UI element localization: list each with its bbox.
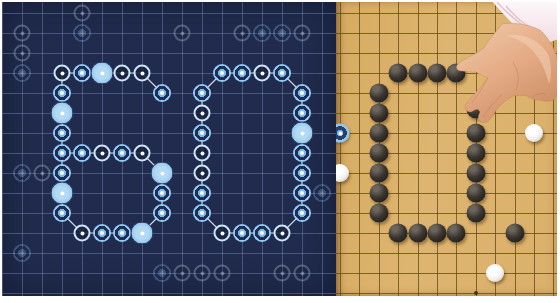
real-go-board xyxy=(336,2,557,296)
ghost-stone xyxy=(73,24,91,42)
blue-analysis-stone xyxy=(93,224,111,242)
move-tree-line xyxy=(202,73,302,233)
blue-analysis-stone xyxy=(151,162,174,185)
blue-analysis-stone xyxy=(193,124,211,142)
blue-analysis-stone xyxy=(293,164,311,182)
ghost-stone xyxy=(174,25,191,42)
blue-analysis-stone xyxy=(51,102,74,125)
ghost-stone xyxy=(294,265,311,282)
blue-analysis-stone xyxy=(233,64,251,82)
blue-analysis-stone xyxy=(293,104,311,122)
blue-analysis-stone xyxy=(194,165,211,182)
blue-analysis-stone xyxy=(213,64,231,82)
blue-analysis-stone xyxy=(193,84,211,102)
ghost-stone xyxy=(313,184,331,202)
blue-analysis-stone xyxy=(193,204,211,222)
blue-analysis-stone xyxy=(293,84,311,102)
hand-photo xyxy=(336,2,557,296)
move-tree-lines xyxy=(2,2,336,296)
ghost-stone xyxy=(13,244,31,262)
blue-analysis-stone xyxy=(131,222,154,245)
blue-analysis-stone xyxy=(134,65,151,82)
virtual-go-board xyxy=(2,2,336,296)
screenshot-frame xyxy=(0,0,560,303)
blue-analysis-stone xyxy=(193,184,211,202)
blue-analysis-stone xyxy=(214,225,231,242)
blue-analysis-stone xyxy=(293,204,311,222)
hand xyxy=(457,23,557,123)
ghost-stone xyxy=(274,265,291,282)
ghost-stone xyxy=(74,5,91,22)
blue-analysis-stone xyxy=(73,64,91,82)
blue-analysis-stone xyxy=(113,224,131,242)
blue-analysis-stone xyxy=(113,144,131,162)
ghost-stone xyxy=(13,64,31,82)
blue-analysis-stone xyxy=(293,184,311,202)
blue-analysis-stone xyxy=(53,84,71,102)
ghost-stone xyxy=(253,24,271,42)
ghost-stone xyxy=(273,24,291,42)
blue-analysis-stone xyxy=(153,204,171,222)
blue-analysis-stone xyxy=(53,124,71,142)
blue-analysis-stone xyxy=(53,204,71,222)
move-tree-line xyxy=(62,153,162,213)
ghost-stone xyxy=(14,45,31,62)
ghost-stone xyxy=(174,265,191,282)
blue-analysis-stone xyxy=(54,65,71,82)
blue-analysis-stone xyxy=(194,105,211,122)
blue-analysis-stone xyxy=(74,225,91,242)
blue-analysis-stone xyxy=(254,65,271,82)
blue-analysis-stone xyxy=(134,145,151,162)
blue-analysis-stone xyxy=(73,144,91,162)
ghost-stone xyxy=(214,265,231,282)
ghost-stone xyxy=(153,264,171,282)
blue-analysis-stone xyxy=(291,122,314,145)
blue-analysis-stone xyxy=(53,164,71,182)
ghost-stone xyxy=(234,25,251,42)
blue-analysis-stone xyxy=(94,145,111,162)
ghost-stone xyxy=(14,25,31,42)
blue-analysis-stone xyxy=(114,65,131,82)
blue-analysis-stone xyxy=(53,144,71,162)
blue-analysis-stone xyxy=(51,182,74,205)
blue-analysis-stone xyxy=(274,225,291,242)
ghost-stone xyxy=(34,165,51,182)
blue-analysis-stone xyxy=(91,62,114,85)
blue-analysis-stone xyxy=(153,184,171,202)
blue-analysis-stone xyxy=(233,224,251,242)
blue-analysis-stone xyxy=(253,224,271,242)
blue-analysis-stone xyxy=(153,84,171,102)
blue-analysis-stone xyxy=(293,144,311,162)
ghost-stone xyxy=(294,25,311,42)
blue-analysis-stone xyxy=(194,145,211,162)
ghost-stone xyxy=(194,265,211,282)
ghost-stone xyxy=(13,164,31,182)
blue-analysis-stone xyxy=(273,64,291,82)
